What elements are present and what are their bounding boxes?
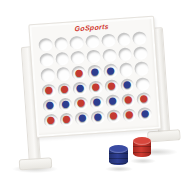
cell-r4c3: ● xyxy=(73,81,88,95)
board-grid: ●●●●●●●●●●●●●●●●●●●●●●● xyxy=(38,31,152,127)
cell-r3c3: ● xyxy=(72,66,87,80)
blue-stack-shadow xyxy=(105,166,133,172)
red-disc: ● xyxy=(61,112,72,126)
cell-r2c6 xyxy=(118,48,133,62)
cell-r5c5: ● xyxy=(105,94,120,108)
blue-disc: ● xyxy=(107,94,118,108)
blue-disc: ● xyxy=(139,107,150,121)
cell-r2c7 xyxy=(133,46,148,60)
cell-r3c7 xyxy=(134,62,149,76)
cell-r1c2 xyxy=(54,37,69,51)
game-stand: GoSports ●●●●●●●●●●●●●●●●●●●●●●● xyxy=(8,8,182,171)
red-disc: ● xyxy=(73,66,84,80)
red-stack-shadow xyxy=(130,158,156,164)
red-disc: ● xyxy=(90,80,101,94)
blue-disc: ● xyxy=(92,110,103,124)
cell-r2c1 xyxy=(39,53,54,67)
right-foot xyxy=(147,129,181,142)
red-disc: ● xyxy=(108,109,119,123)
cell-r5c4: ● xyxy=(90,95,105,109)
cell-r5c1: ● xyxy=(43,98,58,112)
cell-r6c2: ● xyxy=(59,112,74,126)
blue-disc: ● xyxy=(76,111,87,125)
red-disc-top xyxy=(133,137,151,145)
cell-r4c5: ● xyxy=(104,79,119,93)
red-disc: ● xyxy=(138,92,149,106)
blue-disc: ● xyxy=(60,97,71,111)
blue-disc-stack xyxy=(109,149,128,165)
product-photo: GoSports ●●●●●●●●●●●●●●●●●●●●●●● xyxy=(0,0,190,190)
red-disc: ● xyxy=(106,79,117,93)
blue-disc: ● xyxy=(44,98,55,112)
cell-r6c6: ● xyxy=(122,108,137,122)
cell-r6c5: ● xyxy=(106,109,121,123)
cell-r5c3: ● xyxy=(74,96,89,110)
blue-disc: ● xyxy=(91,95,102,109)
cell-r3c6 xyxy=(119,63,134,77)
red-disc: ● xyxy=(43,83,54,97)
cell-r2c5 xyxy=(102,49,117,63)
cell-r1c1 xyxy=(38,38,53,52)
cell-r1c3 xyxy=(70,36,85,50)
brand-logo: GoSports xyxy=(74,23,108,32)
left-foot xyxy=(19,157,53,170)
cell-r5c6: ● xyxy=(121,93,136,107)
red-disc: ● xyxy=(59,82,70,96)
cell-r6c1: ● xyxy=(44,114,59,128)
cell-r1c7 xyxy=(132,31,147,45)
cell-r2c2 xyxy=(55,52,70,66)
cell-r6c4: ● xyxy=(91,110,106,124)
cell-r1c6 xyxy=(117,32,132,46)
red-disc: ● xyxy=(123,108,134,122)
cell-r5c2: ● xyxy=(58,97,73,111)
blue-disc: ● xyxy=(121,78,132,92)
red-disc: ● xyxy=(122,93,133,107)
cell-r1c4 xyxy=(85,35,100,49)
cell-r2c3 xyxy=(71,51,86,65)
cell-r3c1 xyxy=(40,68,55,82)
red-disc-stack xyxy=(133,141,151,157)
blue-disc: ● xyxy=(74,81,85,95)
cell-r3c5: ● xyxy=(103,64,118,78)
blue-disc: ● xyxy=(89,65,100,79)
cell-r4c4: ● xyxy=(88,80,103,94)
cell-r4c6: ● xyxy=(120,78,135,92)
cell-r4c1: ● xyxy=(41,83,56,97)
board-panel: GoSports ●●●●●●●●●●●●●●●●●●●●●●● xyxy=(28,16,162,139)
blue-disc: ● xyxy=(105,64,116,78)
cell-r6c3: ● xyxy=(75,111,90,125)
red-disc: ● xyxy=(75,96,86,110)
cell-r4c2: ● xyxy=(57,82,72,96)
cell-r4c7 xyxy=(136,77,151,91)
cell-r3c4: ● xyxy=(87,65,102,79)
cell-r1c5 xyxy=(101,33,116,47)
blue-disc-top xyxy=(109,145,128,153)
cell-r6c7: ● xyxy=(138,107,153,121)
cell-r5c7: ● xyxy=(137,92,152,106)
cell-r3c2 xyxy=(56,67,71,81)
red-disc: ● xyxy=(45,114,56,128)
cell-r2c4 xyxy=(86,50,101,64)
